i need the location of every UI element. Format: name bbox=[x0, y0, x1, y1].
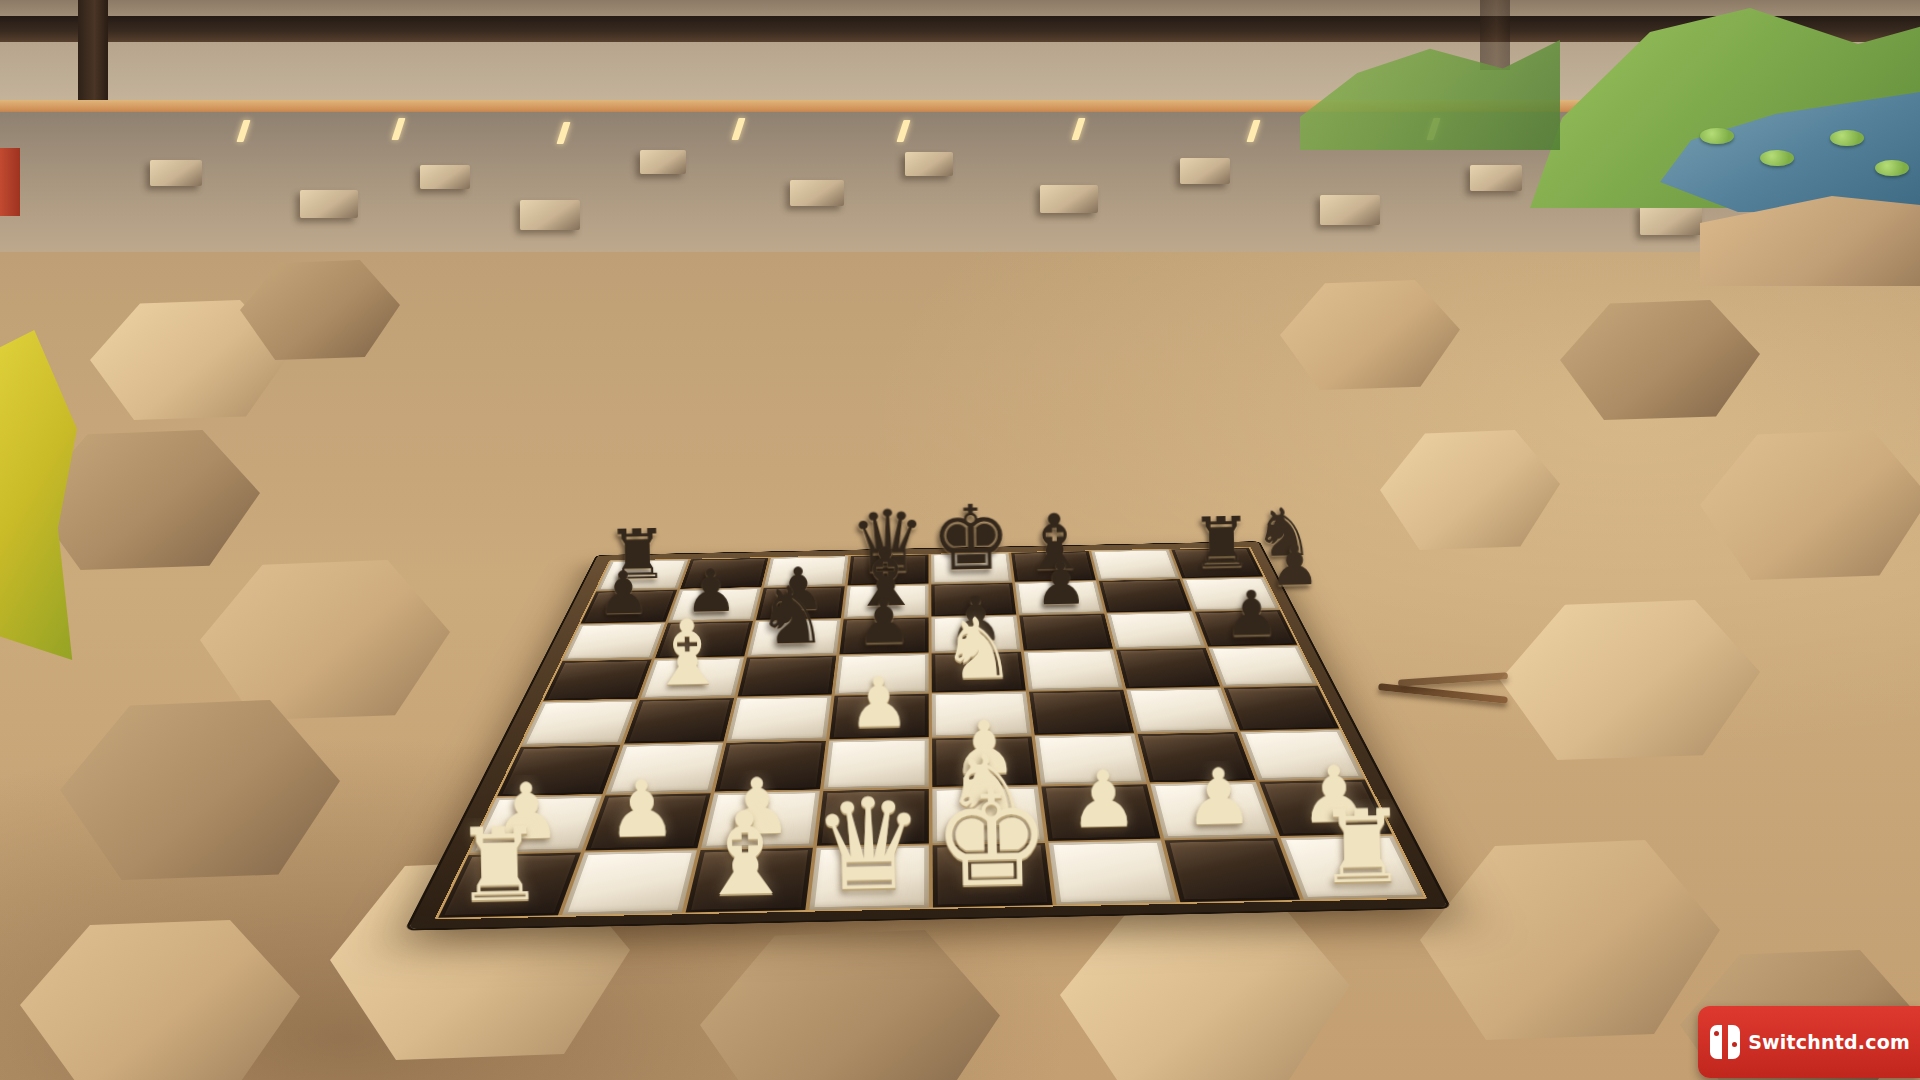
square-d6[interactable]: ♟ bbox=[839, 617, 928, 654]
piece-white-pawn-d4[interactable]: ♟ bbox=[847, 670, 910, 737]
piece-white-rook-h1[interactable]: ♜ bbox=[1315, 799, 1407, 896]
square-e8[interactable]: ♚ bbox=[931, 553, 1012, 584]
road-brick bbox=[905, 152, 953, 176]
watermark-site-label: Switchntd.com bbox=[1748, 1031, 1910, 1053]
square-h8[interactable]: ♜ bbox=[1171, 548, 1263, 578]
square-f4[interactable] bbox=[1029, 690, 1134, 735]
square-h4[interactable] bbox=[1224, 686, 1340, 731]
road-brick bbox=[1180, 158, 1230, 184]
square-f7[interactable]: ♟ bbox=[1015, 581, 1104, 614]
watermark-banner: Switchntd.com bbox=[1698, 1006, 1920, 1078]
square-g4[interactable] bbox=[1126, 688, 1236, 733]
square-g8[interactable] bbox=[1091, 549, 1179, 579]
road-brick bbox=[520, 200, 580, 230]
road-brick bbox=[1640, 205, 1702, 235]
piece-white-bishop-b5[interactable]: ♝ bbox=[646, 609, 728, 696]
piece-white-pawn-g2[interactable]: ♟ bbox=[1183, 760, 1254, 835]
lily-pad bbox=[1700, 128, 1734, 144]
piece-black-king-e8[interactable]: ♚ bbox=[930, 495, 1012, 582]
square-a5[interactable] bbox=[543, 659, 651, 700]
square-e1[interactable]: ♚ bbox=[933, 843, 1053, 907]
piece-white-rook-a1[interactable]: ♜ bbox=[452, 817, 544, 914]
lily-pad bbox=[1760, 150, 1794, 166]
piece-white-pawn-f2[interactable]: ♟ bbox=[1068, 762, 1139, 837]
square-b2[interactable]: ♟ bbox=[585, 793, 710, 850]
road-brick bbox=[1320, 195, 1380, 225]
wall-post bbox=[1480, 0, 1510, 70]
square-g1[interactable] bbox=[1165, 838, 1300, 902]
piece-white-bishop-c1[interactable]: ♝ bbox=[692, 798, 797, 909]
wall-post bbox=[78, 0, 108, 104]
square-f1[interactable] bbox=[1049, 840, 1177, 904]
square-f6[interactable] bbox=[1019, 614, 1113, 651]
road-brick bbox=[1470, 165, 1522, 191]
square-e5[interactable]: ♞ bbox=[932, 652, 1026, 693]
piece-black-rook-h8[interactable]: ♜ bbox=[1190, 510, 1252, 576]
square-c1[interactable]: ♝ bbox=[686, 848, 813, 913]
square-a1[interactable]: ♜ bbox=[438, 853, 581, 918]
piece-white-knight-e5[interactable]: ♞ bbox=[939, 609, 1016, 690]
square-g2[interactable]: ♟ bbox=[1150, 782, 1276, 839]
chess-board-wrapper: ♜♛♚♝♜♟♟♟♝♟♞♟♟♟♝♞♟♟♟♟♟♞♟♟♟♜♝♛♚♜ ♞♟ bbox=[408, 250, 1448, 918]
square-g6[interactable] bbox=[1107, 612, 1205, 649]
square-h5[interactable] bbox=[1209, 646, 1318, 686]
road-brick bbox=[1040, 185, 1098, 213]
wall-beam bbox=[0, 16, 1920, 42]
square-d1[interactable]: ♛ bbox=[809, 845, 929, 910]
piece-black-pawn-f7[interactable]: ♟ bbox=[1034, 555, 1088, 612]
square-h6[interactable]: ♟ bbox=[1195, 610, 1297, 647]
road-brick bbox=[640, 150, 686, 174]
square-h1[interactable]: ♜ bbox=[1281, 836, 1424, 900]
piece-black-pawn-h6[interactable]: ♟ bbox=[1223, 585, 1280, 645]
chess-board: ♜♛♚♝♜♟♟♟♝♟♞♟♟♟♝♞♟♟♟♟♟♞♟♟♟♜♝♛♚♜ ♞♟ bbox=[408, 542, 1448, 929]
piece-black-pawn-d6[interactable]: ♟ bbox=[855, 592, 912, 652]
square-d4[interactable]: ♟ bbox=[829, 694, 928, 739]
road-brick bbox=[300, 190, 358, 218]
square-a4[interactable] bbox=[522, 700, 637, 746]
game-scene: ♜♛♚♝♜♟♟♟♝♟♞♟♟♟♝♞♟♟♟♟♟♞♟♟♟♜♝♛♚♜ ♞♟ Switch… bbox=[0, 0, 1920, 1080]
piece-white-pawn-b2[interactable]: ♟ bbox=[606, 772, 677, 847]
lily-pad bbox=[1830, 130, 1864, 146]
square-g7[interactable] bbox=[1099, 579, 1192, 612]
square-b4[interactable] bbox=[624, 698, 734, 744]
square-f2[interactable]: ♟ bbox=[1041, 784, 1160, 841]
square-f5[interactable] bbox=[1024, 650, 1123, 691]
piece-black-knight-c6[interactable]: ♞ bbox=[755, 577, 828, 654]
square-b5[interactable]: ♝ bbox=[640, 658, 744, 699]
road-brick bbox=[420, 165, 470, 189]
nintendo-switch-joycon-icon bbox=[1710, 1025, 1740, 1059]
square-c6[interactable]: ♞ bbox=[747, 619, 841, 656]
piece-black-pawn-a7[interactable]: ♟ bbox=[596, 565, 650, 622]
piece-white-king-e1[interactable]: ♚ bbox=[931, 776, 1052, 904]
road-brick bbox=[790, 180, 844, 206]
red-object bbox=[0, 148, 20, 216]
square-b1[interactable] bbox=[562, 850, 697, 915]
piece-white-queen-d1[interactable]: ♛ bbox=[810, 784, 926, 906]
board-grid: ♜♛♚♝♜♟♟♟♝♟♞♟♟♟♝♞♟♟♟♟♟♞♟♟♟♜♝♛♚♜ bbox=[434, 547, 1427, 919]
square-c5[interactable] bbox=[738, 656, 837, 697]
square-g5[interactable] bbox=[1116, 648, 1220, 688]
square-c4[interactable] bbox=[727, 696, 832, 741]
road-brick bbox=[150, 160, 202, 186]
lily-pad bbox=[1875, 160, 1909, 176]
